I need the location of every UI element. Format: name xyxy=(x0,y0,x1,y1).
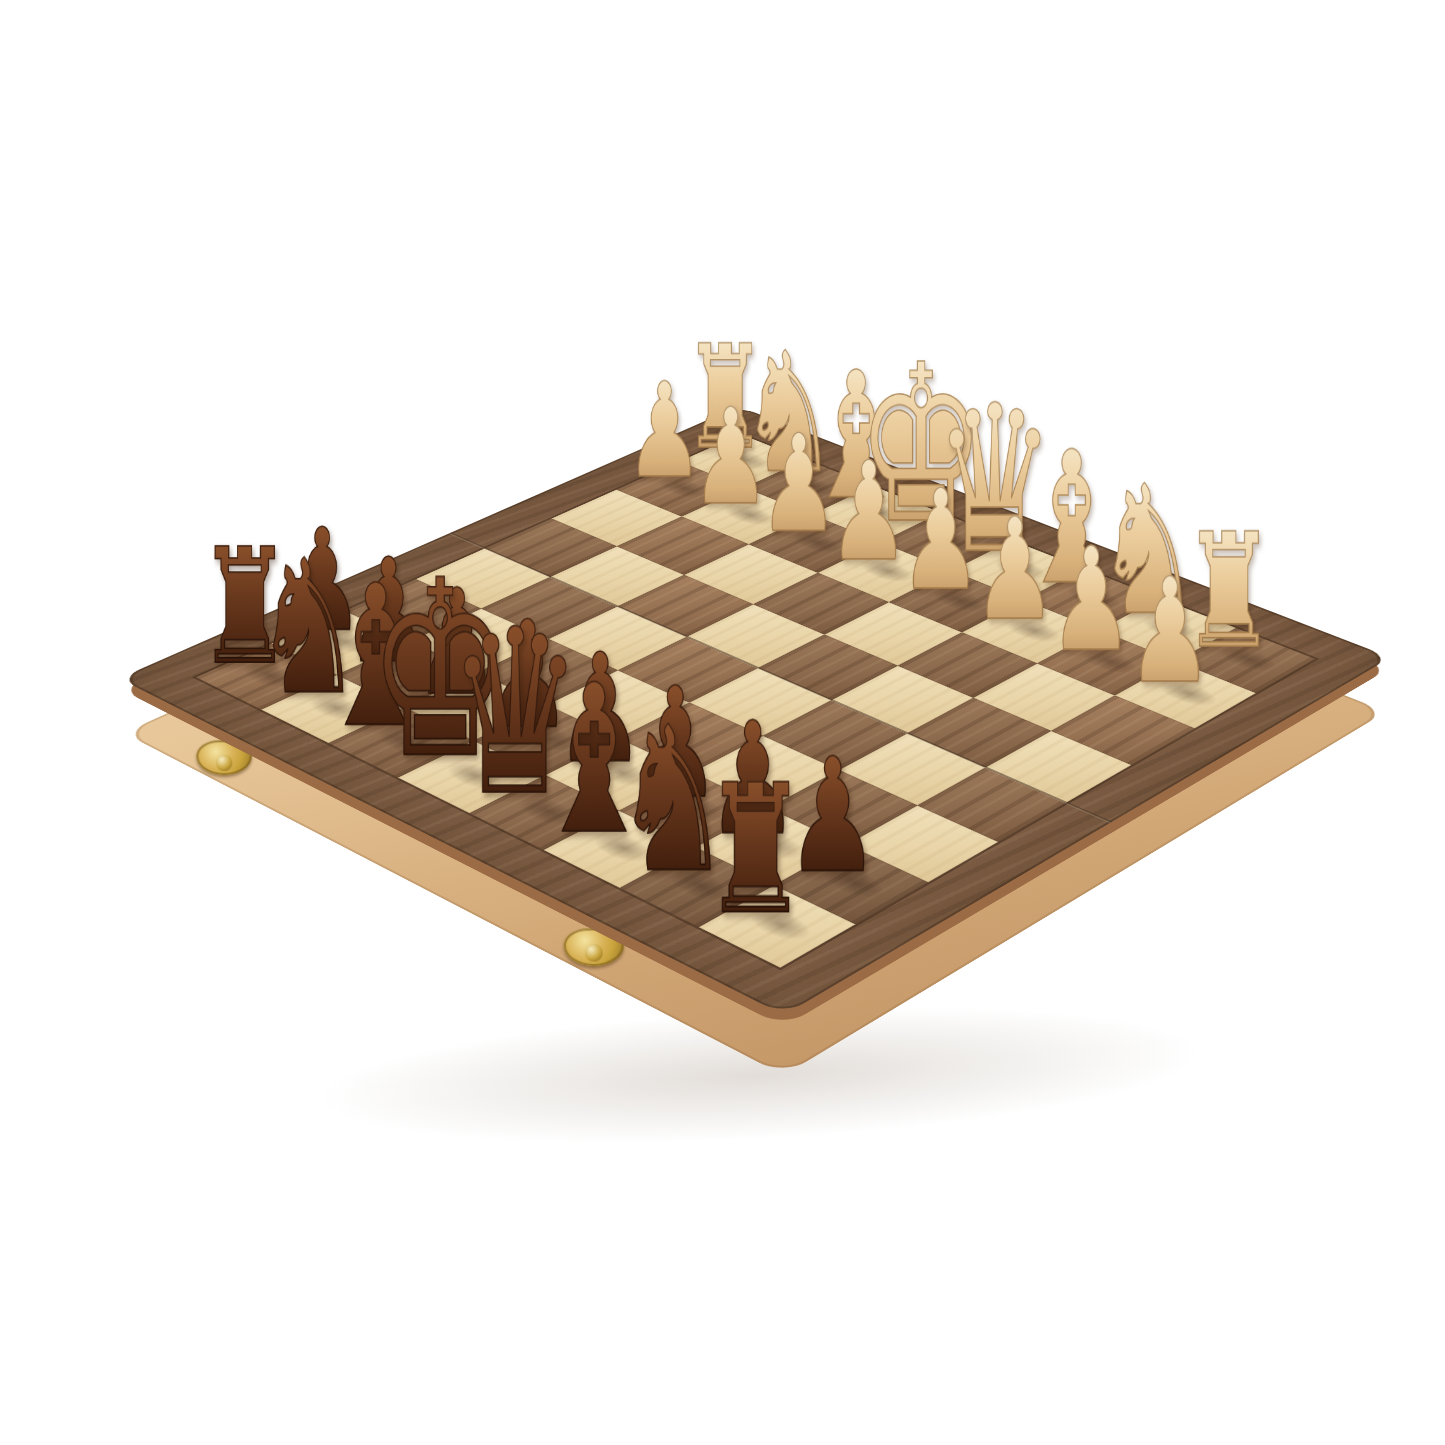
white-pawn-glyph: ♟ xyxy=(1069,559,1270,703)
pieces-layer: ♜♞♝♚♛♝♞♜♟♟♟♟♟♟♟♟♟♟♟♟♟♟♟♟♜♞♝♚♛♝♞♜ xyxy=(196,434,1315,968)
chess-board: ♜♞♝♚♛♝♞♜♟♟♟♟♟♟♟♟♟♟♟♟♟♟♟♟♜♞♝♚♛♝♞♜ xyxy=(119,406,1391,1015)
black-rook-glyph: ♜ xyxy=(644,760,867,938)
product-photo: { "game": "chess", "scene": { "type": "p… xyxy=(0,0,1445,1445)
